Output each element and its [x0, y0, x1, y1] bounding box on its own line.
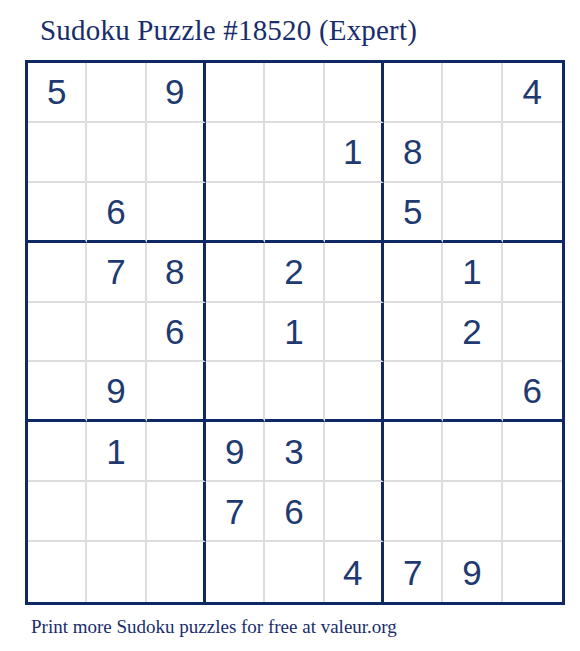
- cell-r3c4-empty: [206, 183, 265, 243]
- cell-r9c5-empty: [265, 542, 324, 602]
- cell-r5c9-empty: [503, 303, 562, 363]
- cell-r9c8-given: 9: [443, 542, 502, 602]
- cell-r8c1-empty: [28, 482, 87, 542]
- cell-r8c4-given: 7: [206, 482, 265, 542]
- cell-r2c5-empty: [265, 123, 324, 183]
- cell-r4c7-empty: [384, 243, 443, 303]
- cell-r5c1-empty: [28, 303, 87, 363]
- cell-r9c9-empty: [503, 542, 562, 602]
- cell-r2c6-given: 1: [325, 123, 384, 183]
- cell-r7c1-empty: [28, 422, 87, 482]
- cell-r7c9-empty: [503, 422, 562, 482]
- cell-r4c2-given: 7: [87, 243, 146, 303]
- cell-r3c9-empty: [503, 183, 562, 243]
- cell-r6c3-empty: [147, 362, 206, 422]
- cell-r3c5-empty: [265, 183, 324, 243]
- cell-r9c2-empty: [87, 542, 146, 602]
- page-title: Sudoku Puzzle #18520 (Expert): [40, 14, 417, 47]
- cell-r2c1-empty: [28, 123, 87, 183]
- cell-r9c4-empty: [206, 542, 265, 602]
- cell-r6c9-given: 6: [503, 362, 562, 422]
- cell-r6c4-empty: [206, 362, 265, 422]
- cell-r2c8-empty: [443, 123, 502, 183]
- cell-r5c6-empty: [325, 303, 384, 363]
- cell-r1c8-empty: [443, 63, 502, 123]
- cell-r3c7-given: 5: [384, 183, 443, 243]
- cell-r4c8-given: 1: [443, 243, 502, 303]
- cell-r9c7-given: 7: [384, 542, 443, 602]
- cell-r2c3-empty: [147, 123, 206, 183]
- cell-r5c4-empty: [206, 303, 265, 363]
- cell-r7c7-empty: [384, 422, 443, 482]
- cell-r1c4-empty: [206, 63, 265, 123]
- cell-r9c1-empty: [28, 542, 87, 602]
- cell-r1c1-given: 5: [28, 63, 87, 123]
- cell-r8c3-empty: [147, 482, 206, 542]
- cell-r1c7-empty: [384, 63, 443, 123]
- footer-credit-text: Print more Sudoku puzzles for free at va…: [31, 616, 397, 638]
- cell-r1c2-empty: [87, 63, 146, 123]
- cell-r7c5-given: 3: [265, 422, 324, 482]
- cell-r4c6-empty: [325, 243, 384, 303]
- cell-r2c2-empty: [87, 123, 146, 183]
- cell-r7c8-empty: [443, 422, 502, 482]
- cell-r4c4-empty: [206, 243, 265, 303]
- cell-r2c9-empty: [503, 123, 562, 183]
- cell-r7c2-given: 1: [87, 422, 146, 482]
- cell-r4c9-empty: [503, 243, 562, 303]
- cell-r7c4-given: 9: [206, 422, 265, 482]
- cell-r6c5-empty: [265, 362, 324, 422]
- cell-r9c6-given: 4: [325, 542, 384, 602]
- cell-r1c9-given: 4: [503, 63, 562, 123]
- cell-r1c3-given: 9: [147, 63, 206, 123]
- cell-r2c4-empty: [206, 123, 265, 183]
- cell-r7c3-empty: [147, 422, 206, 482]
- cell-r8c9-empty: [503, 482, 562, 542]
- cell-r6c6-empty: [325, 362, 384, 422]
- cell-r5c5-given: 1: [265, 303, 324, 363]
- cell-r8c6-empty: [325, 482, 384, 542]
- cell-r8c7-empty: [384, 482, 443, 542]
- cell-r5c3-given: 6: [147, 303, 206, 363]
- cell-r6c7-empty: [384, 362, 443, 422]
- cell-r1c6-empty: [325, 63, 384, 123]
- cell-r6c1-empty: [28, 362, 87, 422]
- cell-r4c1-empty: [28, 243, 87, 303]
- cell-r5c2-empty: [87, 303, 146, 363]
- cell-r6c8-empty: [443, 362, 502, 422]
- cell-r3c6-empty: [325, 183, 384, 243]
- cell-r5c8-given: 2: [443, 303, 502, 363]
- cell-r5c7-empty: [384, 303, 443, 363]
- cell-r1c5-empty: [265, 63, 324, 123]
- cell-r4c3-given: 8: [147, 243, 206, 303]
- cell-r4c5-given: 2: [265, 243, 324, 303]
- cell-r7c6-empty: [325, 422, 384, 482]
- cell-r3c2-given: 6: [87, 183, 146, 243]
- cell-r3c8-empty: [443, 183, 502, 243]
- cell-r6c2-given: 9: [87, 362, 146, 422]
- cell-r3c3-empty: [147, 183, 206, 243]
- cell-r9c3-empty: [147, 542, 206, 602]
- cell-r8c5-given: 6: [265, 482, 324, 542]
- cell-r2c7-given: 8: [384, 123, 443, 183]
- cell-r8c2-empty: [87, 482, 146, 542]
- cell-r8c8-empty: [443, 482, 502, 542]
- sudoku-board: 594186578216129619376479: [25, 60, 565, 605]
- cell-r3c1-empty: [28, 183, 87, 243]
